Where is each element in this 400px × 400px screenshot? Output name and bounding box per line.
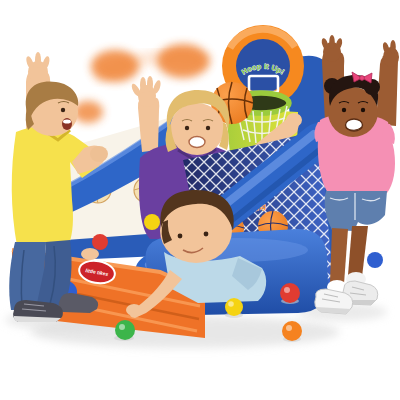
floor-ball xyxy=(280,283,300,303)
floor-ball xyxy=(367,252,383,268)
scene-canvas: Hoop It Up! Sw xyxy=(0,0,400,400)
floor-ball xyxy=(282,321,302,341)
toddler-left-hand xyxy=(81,248,99,260)
product-photo: Hoop It Up! Sw xyxy=(0,0,400,400)
pit-ball xyxy=(92,234,108,250)
girl-pink-leg xyxy=(348,226,368,277)
girl-pink-shorts xyxy=(325,191,387,231)
floor-ball xyxy=(225,298,243,316)
toddler-right-hand xyxy=(126,304,142,316)
boy-hand-on-rail xyxy=(90,146,108,162)
pit-ball xyxy=(144,214,160,230)
girl-pink-leg xyxy=(330,228,348,284)
floor-ball xyxy=(115,320,135,340)
girl-purple-right-hand xyxy=(286,113,302,127)
